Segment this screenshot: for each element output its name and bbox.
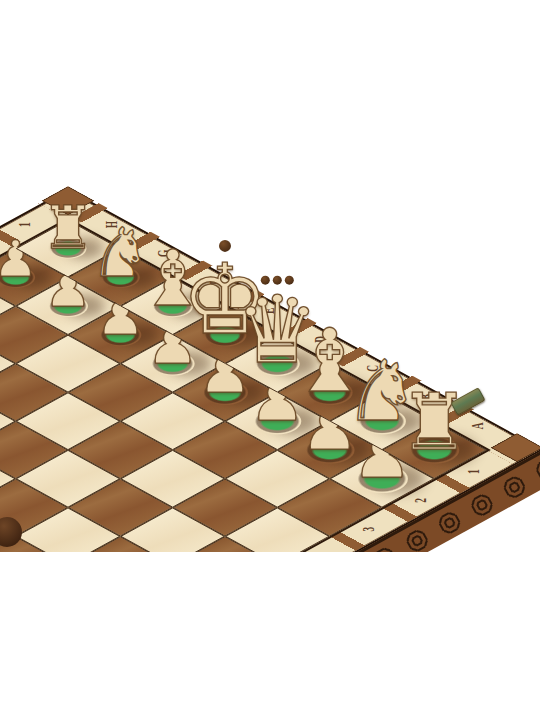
rank-label-text: 2	[411, 498, 431, 503]
queen-crown-balls	[261, 276, 294, 285]
rank-label-text: 1	[15, 222, 35, 227]
photo-stage: ABCDEFGH ABCDEFGH 87654321 87654321 ♟♟♟♟…	[0, 0, 540, 720]
piece-white-rook: ♜	[42, 198, 95, 257]
king-crown-finial	[219, 240, 231, 252]
white-background-mask	[0, 552, 540, 720]
piece-white-rook: ♜	[399, 383, 469, 461]
rank-label-text: 1	[464, 469, 484, 474]
rank-label-text: 3	[359, 527, 379, 532]
file-label-text: A	[468, 423, 488, 430]
